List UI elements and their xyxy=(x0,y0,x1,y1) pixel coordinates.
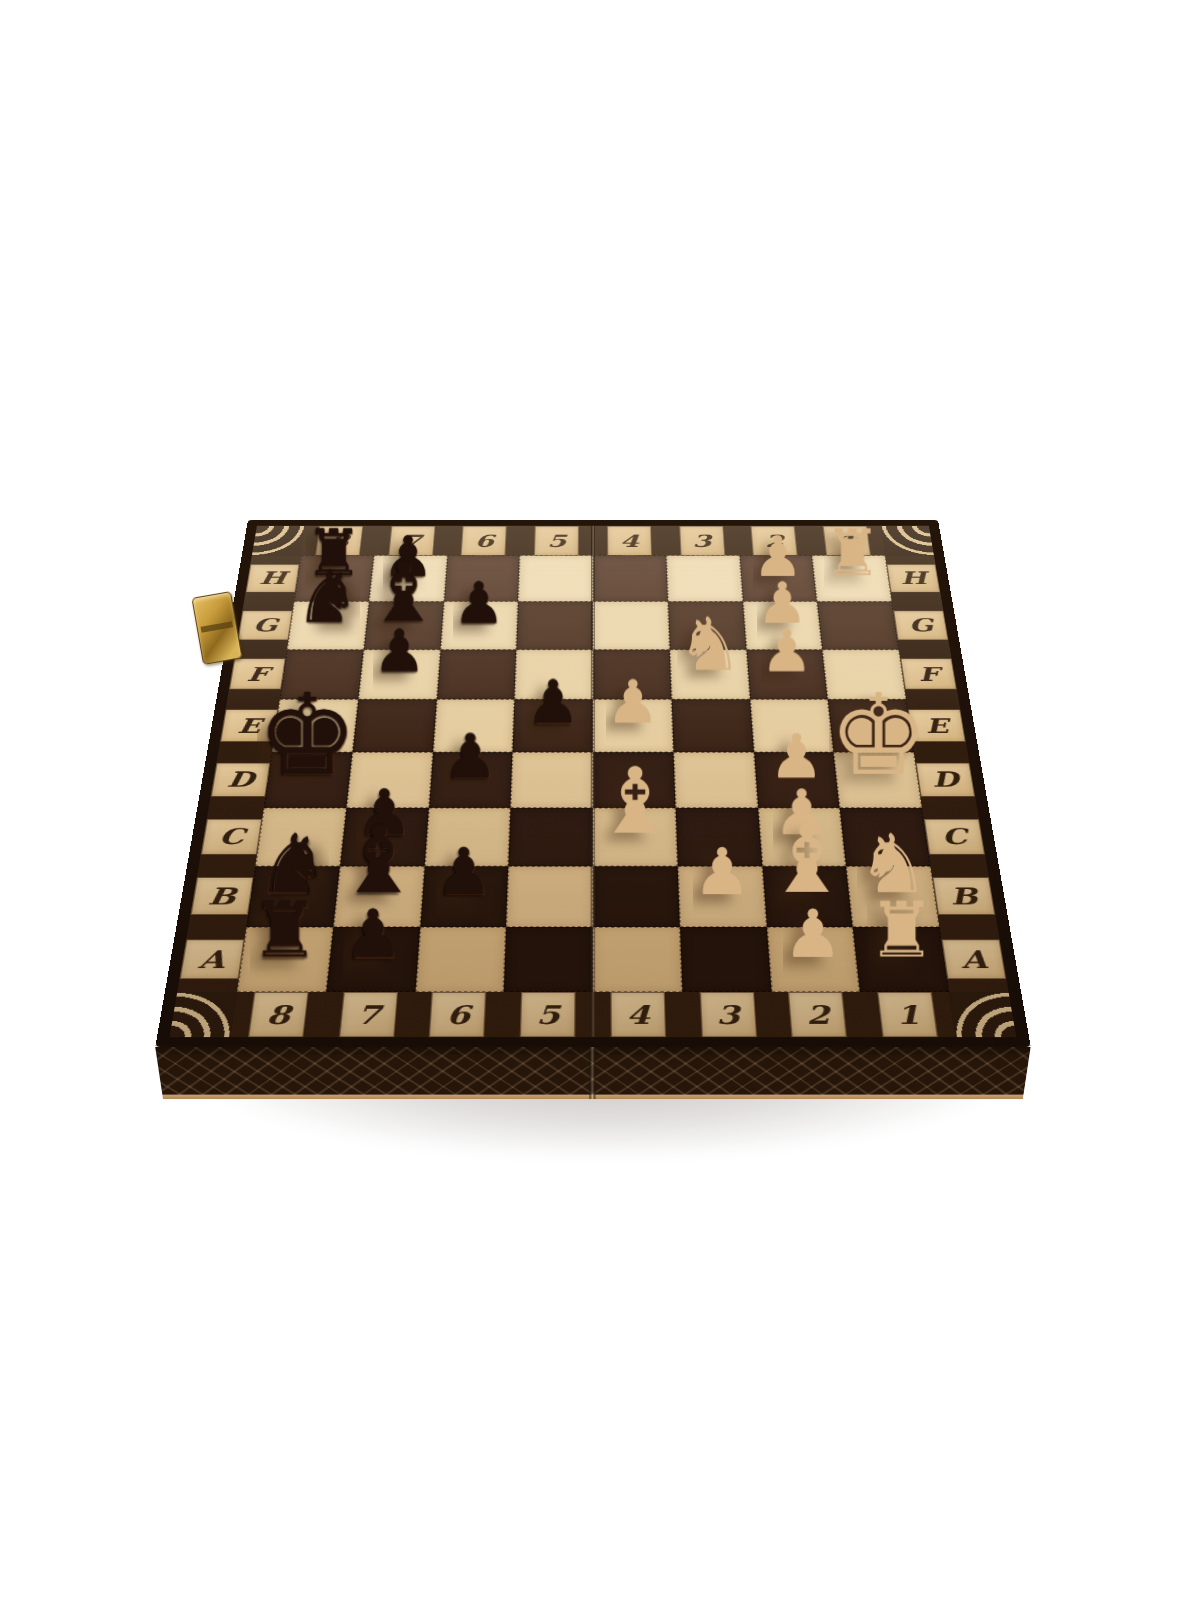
square-h6 xyxy=(444,556,520,602)
square-a7 xyxy=(326,927,420,992)
square-e7 xyxy=(352,700,436,753)
coord-label-right-G: G xyxy=(893,610,948,639)
photo-scene: 8765432187654321HGFEDCBAHGFEDCBA♜♞♚♞♜♟♝♟… xyxy=(0,0,1200,1600)
coord-label-bottom-3: 3 xyxy=(699,992,757,1037)
square-g2 xyxy=(742,601,822,649)
coord-label-bottom-2: 2 xyxy=(788,992,847,1037)
coord-label-bottom-1: 1 xyxy=(877,992,938,1037)
square-g1 xyxy=(817,601,899,649)
border-corner-ornament xyxy=(252,526,305,556)
square-a8 xyxy=(237,927,333,992)
coord-label-bottom-4: 4 xyxy=(610,992,666,1037)
square-f1 xyxy=(822,649,906,699)
coord-label-top-7: 7 xyxy=(388,526,435,556)
square-a2 xyxy=(766,927,860,992)
square-b2 xyxy=(762,866,853,927)
square-b7 xyxy=(333,866,424,927)
coord-label-bottom-6: 6 xyxy=(429,992,487,1037)
square-d6 xyxy=(428,752,512,807)
square-e8 xyxy=(272,700,358,753)
square-f4 xyxy=(593,649,671,699)
square-c8 xyxy=(255,808,346,866)
square-e2 xyxy=(750,700,834,753)
border-corner-ornament xyxy=(170,992,237,1037)
square-d1 xyxy=(834,752,922,807)
square-g3 xyxy=(668,601,746,649)
border-corner-ornament xyxy=(949,992,1016,1037)
square-e1 xyxy=(828,700,914,753)
square-h1 xyxy=(812,556,892,602)
coord-label-top-2: 2 xyxy=(751,526,798,556)
square-e3 xyxy=(671,700,753,753)
square-h4 xyxy=(593,556,668,602)
coord-label-bottom-8: 8 xyxy=(248,992,309,1037)
square-d8 xyxy=(264,752,352,807)
square-b5 xyxy=(506,866,593,927)
front-rail xyxy=(155,1047,1031,1099)
coord-label-right-F: F xyxy=(900,659,957,690)
square-g5 xyxy=(517,601,593,649)
square-f3 xyxy=(669,649,749,699)
coord-label-top-4: 4 xyxy=(607,526,652,556)
square-b1 xyxy=(846,866,939,927)
square-e4 xyxy=(593,700,673,753)
square-f6 xyxy=(436,649,516,699)
coord-label-left-B: B xyxy=(190,878,253,916)
square-h8 xyxy=(294,556,374,602)
square-g6 xyxy=(440,601,518,649)
coord-label-top-8: 8 xyxy=(315,526,363,556)
square-g8 xyxy=(287,601,369,649)
coord-label-left-F: F xyxy=(229,659,286,690)
square-d4 xyxy=(593,752,675,807)
square-b6 xyxy=(420,866,509,927)
square-h5 xyxy=(518,556,593,602)
square-b3 xyxy=(677,866,766,927)
border-corner-ornament xyxy=(881,526,934,556)
square-a6 xyxy=(415,927,506,992)
square-c3 xyxy=(675,808,762,866)
coord-label-bottom-7: 7 xyxy=(338,992,397,1037)
coord-label-top-6: 6 xyxy=(461,526,507,556)
coord-label-right-E: E xyxy=(908,710,966,742)
square-a1 xyxy=(853,927,949,992)
coord-label-left-H: H xyxy=(246,564,300,592)
coord-label-bottom-5: 5 xyxy=(520,992,576,1037)
square-g4 xyxy=(593,601,669,649)
coord-label-right-H: H xyxy=(886,564,940,592)
square-f8 xyxy=(280,649,364,699)
square-a5 xyxy=(504,927,593,992)
square-c7 xyxy=(340,808,429,866)
coord-label-right-B: B xyxy=(932,878,995,916)
coord-label-top-1: 1 xyxy=(823,526,871,556)
square-d7 xyxy=(346,752,432,807)
coord-label-left-C: C xyxy=(201,819,262,855)
square-a4 xyxy=(593,927,682,992)
square-d5 xyxy=(511,752,593,807)
coord-label-left-E: E xyxy=(220,710,278,742)
coord-label-left-G: G xyxy=(238,610,293,639)
square-h3 xyxy=(666,556,742,602)
square-d3 xyxy=(673,752,757,807)
chess-board: 8765432187654321HGFEDCBAHGFEDCBA♜♞♚♞♜♟♝♟… xyxy=(155,520,1031,1047)
square-h7 xyxy=(369,556,447,602)
front-rail-seam xyxy=(589,1047,595,1099)
square-e5 xyxy=(513,700,593,753)
coord-label-left-A: A xyxy=(179,939,244,979)
square-f7 xyxy=(358,649,440,699)
square-b8 xyxy=(246,866,339,927)
square-g7 xyxy=(364,601,444,649)
square-c4 xyxy=(593,808,677,866)
square-e6 xyxy=(432,700,514,753)
square-h2 xyxy=(739,556,817,602)
square-c1 xyxy=(840,808,931,866)
square-c5 xyxy=(509,808,593,866)
square-b4 xyxy=(593,866,680,927)
coord-label-right-C: C xyxy=(924,819,985,855)
square-f5 xyxy=(515,649,593,699)
square-c2 xyxy=(758,808,847,866)
coord-label-right-A: A xyxy=(941,939,1006,979)
coord-label-top-5: 5 xyxy=(534,526,579,556)
square-f2 xyxy=(746,649,828,699)
square-c6 xyxy=(424,808,511,866)
fold-seam xyxy=(590,526,595,1037)
coord-label-top-3: 3 xyxy=(679,526,725,556)
square-d2 xyxy=(754,752,840,807)
square-a3 xyxy=(680,927,771,992)
